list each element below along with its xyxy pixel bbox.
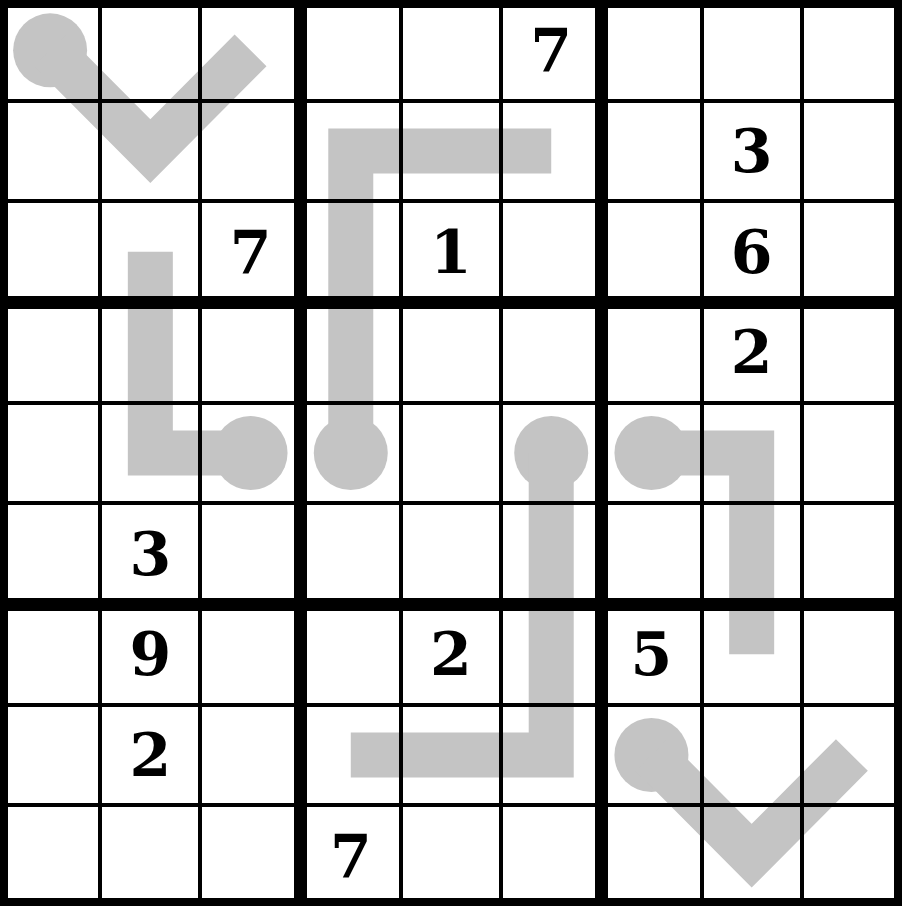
cell-r1c8[interactable]: [702, 0, 802, 101]
cell-r9c5[interactable]: [401, 805, 501, 906]
cell-r1c1[interactable]: [0, 0, 100, 101]
cell-r9c4: 7: [301, 805, 401, 906]
cell-r8c1[interactable]: [0, 705, 100, 806]
cell-r7c2: 9: [100, 604, 200, 705]
cell-r2c6[interactable]: [501, 101, 601, 202]
cell-r5c3[interactable]: [200, 403, 300, 504]
cell-r8c4[interactable]: [301, 705, 401, 806]
cell-r9c8[interactable]: [702, 805, 802, 906]
cell-r4c8: 2: [702, 302, 802, 403]
cell-r9c1[interactable]: [0, 805, 100, 906]
cell-r3c3: 7: [200, 201, 300, 302]
cell-r1c7[interactable]: [601, 0, 701, 101]
cell-r8c5[interactable]: [401, 705, 501, 806]
cell-r3c5: 1: [401, 201, 501, 302]
cell-r3c6[interactable]: [501, 201, 601, 302]
cell-r4c7[interactable]: [601, 302, 701, 403]
cell-r1c6: 7: [501, 0, 601, 101]
cell-r3c7[interactable]: [601, 201, 701, 302]
cell-r6c6[interactable]: [501, 503, 601, 604]
cell-r7c5: 2: [401, 604, 501, 705]
sudoku-board: 737162392527: [0, 0, 902, 906]
cell-r1c5[interactable]: [401, 0, 501, 101]
cell-r8c6[interactable]: [501, 705, 601, 806]
cell-r9c3[interactable]: [200, 805, 300, 906]
cell-r8c8[interactable]: [702, 705, 802, 806]
cell-r7c1[interactable]: [0, 604, 100, 705]
cell-r1c3[interactable]: [200, 0, 300, 101]
cell-r9c9[interactable]: [802, 805, 902, 906]
cell-r2c9[interactable]: [802, 101, 902, 202]
cell-r2c7[interactable]: [601, 101, 701, 202]
cell-r2c2[interactable]: [100, 101, 200, 202]
cell-r2c5[interactable]: [401, 101, 501, 202]
cell-r5c6[interactable]: [501, 403, 601, 504]
cell-r4c2[interactable]: [100, 302, 200, 403]
cell-r6c7[interactable]: [601, 503, 701, 604]
cell-r6c2: 3: [100, 503, 200, 604]
cell-r8c3[interactable]: [200, 705, 300, 806]
cell-r5c7[interactable]: [601, 403, 701, 504]
cell-r2c8: 3: [702, 101, 802, 202]
cell-r8c2: 2: [100, 705, 200, 806]
cell-r3c4[interactable]: [301, 201, 401, 302]
cell-r1c9[interactable]: [802, 0, 902, 101]
cell-r7c3[interactable]: [200, 604, 300, 705]
cell-r9c6[interactable]: [501, 805, 601, 906]
cell-r5c4[interactable]: [301, 403, 401, 504]
cell-r4c9[interactable]: [802, 302, 902, 403]
cell-r2c3[interactable]: [200, 101, 300, 202]
cell-r4c6[interactable]: [501, 302, 601, 403]
cell-r7c7: 5: [601, 604, 701, 705]
cell-r9c7[interactable]: [601, 805, 701, 906]
cell-r7c4[interactable]: [301, 604, 401, 705]
cell-r7c6[interactable]: [501, 604, 601, 705]
cell-r1c4[interactable]: [301, 0, 401, 101]
cell-r3c8: 6: [702, 201, 802, 302]
cell-r6c5[interactable]: [401, 503, 501, 604]
cell-r7c9[interactable]: [802, 604, 902, 705]
cell-r7c8[interactable]: [702, 604, 802, 705]
cell-r3c9[interactable]: [802, 201, 902, 302]
cell-r5c9[interactable]: [802, 403, 902, 504]
cell-grid: 737162392527: [0, 0, 902, 906]
cell-r4c5[interactable]: [401, 302, 501, 403]
cell-r4c1[interactable]: [0, 302, 100, 403]
cell-r6c4[interactable]: [301, 503, 401, 604]
cell-r1c2[interactable]: [100, 0, 200, 101]
cell-r5c2[interactable]: [100, 403, 200, 504]
cell-r6c9[interactable]: [802, 503, 902, 604]
cell-r6c8[interactable]: [702, 503, 802, 604]
cell-r2c4[interactable]: [301, 101, 401, 202]
cell-r9c2[interactable]: [100, 805, 200, 906]
cell-r5c1[interactable]: [0, 403, 100, 504]
cell-r3c1[interactable]: [0, 201, 100, 302]
cell-r8c9[interactable]: [802, 705, 902, 806]
cell-r5c8[interactable]: [702, 403, 802, 504]
cell-r6c3[interactable]: [200, 503, 300, 604]
cell-r2c1[interactable]: [0, 101, 100, 202]
cell-r5c5[interactable]: [401, 403, 501, 504]
cell-r3c2[interactable]: [100, 201, 200, 302]
cell-r6c1[interactable]: [0, 503, 100, 604]
cell-r4c3[interactable]: [200, 302, 300, 403]
cell-r8c7[interactable]: [601, 705, 701, 806]
cell-r4c4[interactable]: [301, 302, 401, 403]
